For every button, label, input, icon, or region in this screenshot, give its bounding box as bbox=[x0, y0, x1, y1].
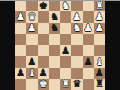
square-a2[interactable]: ♟ bbox=[15, 68, 26, 79]
letterbox-right bbox=[105, 0, 120, 90]
square-g3[interactable]: ♟ bbox=[83, 56, 94, 67]
square-a1[interactable] bbox=[15, 79, 26, 90]
piece-black-rook: ♜ bbox=[95, 79, 104, 89]
square-e8[interactable]: ♞ bbox=[60, 0, 71, 11]
piece-black-king: ♚ bbox=[39, 1, 48, 11]
square-c1[interactable]: ♚ bbox=[38, 79, 49, 90]
piece-white-pawn: ♟ bbox=[72, 12, 81, 22]
square-f4[interactable] bbox=[71, 45, 82, 56]
square-f6[interactable]: ♞ bbox=[71, 23, 82, 34]
square-d8[interactable] bbox=[49, 0, 60, 11]
square-h4[interactable] bbox=[94, 45, 105, 56]
chess-board: ♚♞♜♟♛♞♟♟♟♞♞♟♟♟♟♟♝♟♝♟♟♚♜♛♜ bbox=[15, 0, 105, 90]
square-c7[interactable] bbox=[38, 11, 49, 22]
square-b7[interactable]: ♛ bbox=[26, 11, 37, 22]
piece-black-pawn: ♟ bbox=[84, 57, 93, 67]
square-d6[interactable]: ♞ bbox=[49, 23, 60, 34]
square-f8[interactable] bbox=[71, 0, 82, 11]
square-b8[interactable] bbox=[26, 0, 37, 11]
piece-white-pawn: ♟ bbox=[84, 23, 93, 33]
square-b6[interactable]: ♟ bbox=[26, 23, 37, 34]
square-a6[interactable] bbox=[15, 23, 26, 34]
square-f1[interactable]: ♛ bbox=[71, 79, 82, 90]
piece-black-knight: ♞ bbox=[50, 23, 59, 33]
square-c5[interactable] bbox=[38, 34, 49, 45]
piece-black-queen: ♛ bbox=[72, 79, 81, 89]
square-b5[interactable] bbox=[26, 34, 37, 45]
square-h6[interactable]: ♟ bbox=[94, 23, 105, 34]
square-g1[interactable] bbox=[83, 79, 94, 90]
piece-white-rook: ♜ bbox=[95, 1, 104, 11]
square-h1[interactable]: ♜ bbox=[94, 79, 105, 90]
piece-black-pawn: ♟ bbox=[95, 68, 104, 78]
square-f7[interactable]: ♟ bbox=[71, 11, 82, 22]
square-e3[interactable] bbox=[60, 56, 71, 67]
square-e2[interactable] bbox=[60, 68, 71, 79]
square-d5[interactable] bbox=[49, 34, 60, 45]
square-d2[interactable] bbox=[49, 68, 60, 79]
square-g6[interactable]: ♟ bbox=[83, 23, 94, 34]
square-e7[interactable] bbox=[60, 11, 71, 22]
square-a7[interactable]: ♟ bbox=[15, 11, 26, 22]
piece-white-pawn: ♟ bbox=[95, 12, 104, 22]
piece-black-pawn: ♟ bbox=[27, 57, 36, 67]
piece-white-bishop: ♝ bbox=[27, 68, 36, 78]
piece-black-knight: ♞ bbox=[50, 12, 59, 22]
square-g8[interactable] bbox=[83, 0, 94, 11]
square-b1[interactable] bbox=[26, 79, 37, 90]
piece-black-pawn: ♟ bbox=[61, 46, 70, 56]
square-h8[interactable]: ♜ bbox=[94, 0, 105, 11]
square-h7[interactable]: ♟ bbox=[94, 11, 105, 22]
square-d4[interactable] bbox=[49, 45, 60, 56]
square-f3[interactable] bbox=[71, 56, 82, 67]
square-a8[interactable] bbox=[15, 0, 26, 11]
square-e4[interactable]: ♟ bbox=[60, 45, 71, 56]
square-d3[interactable] bbox=[49, 56, 60, 67]
square-a3[interactable] bbox=[15, 56, 26, 67]
square-g5[interactable] bbox=[83, 34, 94, 45]
piece-white-bishop: ♝ bbox=[95, 57, 104, 67]
square-e6[interactable] bbox=[60, 23, 71, 34]
square-b4[interactable] bbox=[26, 45, 37, 56]
square-c8[interactable]: ♚ bbox=[38, 0, 49, 11]
window-top-edge bbox=[0, 0, 120, 1]
square-e1[interactable]: ♜ bbox=[60, 79, 71, 90]
square-e5[interactable] bbox=[60, 34, 71, 45]
piece-black-pawn: ♟ bbox=[16, 68, 25, 78]
square-b2[interactable]: ♝ bbox=[26, 68, 37, 79]
piece-white-pawn: ♟ bbox=[27, 23, 36, 33]
square-g2[interactable] bbox=[83, 68, 94, 79]
square-c3[interactable] bbox=[38, 56, 49, 67]
piece-white-king: ♚ bbox=[39, 79, 48, 89]
piece-white-pawn: ♟ bbox=[95, 23, 104, 33]
square-c6[interactable] bbox=[38, 23, 49, 34]
letterbox-left bbox=[0, 0, 15, 90]
square-g4[interactable] bbox=[83, 45, 94, 56]
square-c2[interactable]: ♟ bbox=[38, 68, 49, 79]
piece-white-knight: ♞ bbox=[61, 1, 70, 11]
square-b3[interactable]: ♟ bbox=[26, 56, 37, 67]
square-h2[interactable]: ♟ bbox=[94, 68, 105, 79]
square-f2[interactable] bbox=[71, 68, 82, 79]
square-g7[interactable] bbox=[83, 11, 94, 22]
square-d1[interactable] bbox=[49, 79, 60, 90]
square-a4[interactable] bbox=[15, 45, 26, 56]
square-c4[interactable] bbox=[38, 45, 49, 56]
piece-black-pawn: ♟ bbox=[39, 68, 48, 78]
square-h3[interactable]: ♝ bbox=[94, 56, 105, 67]
piece-white-queen: ♛ bbox=[27, 12, 36, 22]
square-h5[interactable] bbox=[94, 34, 105, 45]
piece-white-knight: ♞ bbox=[72, 23, 81, 33]
piece-white-rook: ♜ bbox=[61, 79, 70, 89]
square-a5[interactable] bbox=[15, 34, 26, 45]
square-d7[interactable]: ♞ bbox=[49, 11, 60, 22]
piece-white-pawn: ♟ bbox=[16, 12, 25, 22]
square-f5[interactable] bbox=[71, 34, 82, 45]
